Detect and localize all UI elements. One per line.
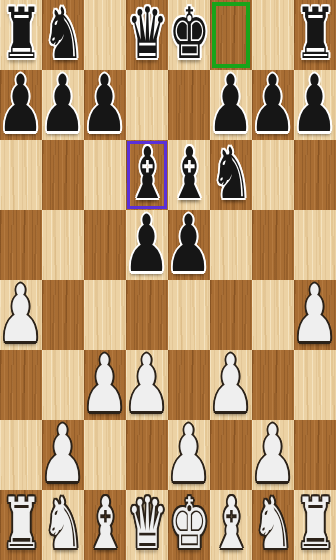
white-pawn[interactable]: ♟ xyxy=(165,415,212,494)
square-h2[interactable] xyxy=(294,420,336,490)
white-king[interactable]: ♚ xyxy=(168,488,209,559)
square-b1[interactable]: ♞ xyxy=(42,490,84,560)
chess-board: ♜♞♛♚♜♟♟♟♟♟♟♝♝♞♟♟♟♟♟♟♟♟♟♟♜♞♝♛♚♝♞♜ xyxy=(0,0,336,560)
square-a2[interactable] xyxy=(0,420,42,490)
square-c5[interactable] xyxy=(84,210,126,280)
square-c7[interactable]: ♟ xyxy=(84,70,126,140)
square-c2[interactable] xyxy=(84,420,126,490)
white-pawn[interactable]: ♟ xyxy=(0,275,45,354)
square-e1[interactable]: ♚ xyxy=(168,490,210,560)
square-g2[interactable]: ♟ xyxy=(252,420,294,490)
square-g7[interactable]: ♟ xyxy=(252,70,294,140)
square-b5[interactable] xyxy=(42,210,84,280)
square-b2[interactable]: ♟ xyxy=(42,420,84,490)
square-b7[interactable]: ♟ xyxy=(42,70,84,140)
square-f5[interactable] xyxy=(210,210,252,280)
square-f7[interactable]: ♟ xyxy=(210,70,252,140)
black-knight[interactable]: ♞ xyxy=(210,138,251,209)
square-c1[interactable]: ♝ xyxy=(84,490,126,560)
square-h3[interactable] xyxy=(294,350,336,420)
white-queen[interactable]: ♛ xyxy=(126,488,167,559)
square-h7[interactable]: ♟ xyxy=(294,70,336,140)
white-pawn[interactable]: ♟ xyxy=(291,275,336,354)
white-pawn[interactable]: ♟ xyxy=(123,345,170,424)
square-h4[interactable]: ♟ xyxy=(294,280,336,350)
black-pawn[interactable]: ♟ xyxy=(291,65,336,144)
square-g1[interactable]: ♞ xyxy=(252,490,294,560)
white-knight[interactable]: ♞ xyxy=(252,488,293,559)
white-rook[interactable]: ♜ xyxy=(294,488,335,559)
square-e5[interactable]: ♟ xyxy=(168,210,210,280)
square-a1[interactable]: ♜ xyxy=(0,490,42,560)
square-d7[interactable] xyxy=(126,70,168,140)
square-g5[interactable] xyxy=(252,210,294,280)
black-king[interactable]: ♚ xyxy=(168,0,209,69)
square-d8[interactable]: ♛ xyxy=(126,0,168,70)
square-f3[interactable]: ♟ xyxy=(210,350,252,420)
white-rook[interactable]: ♜ xyxy=(0,488,41,559)
white-pawn[interactable]: ♟ xyxy=(81,345,128,424)
black-pawn[interactable]: ♟ xyxy=(39,65,86,144)
white-knight[interactable]: ♞ xyxy=(42,488,83,559)
square-a7[interactable]: ♟ xyxy=(0,70,42,140)
square-f1[interactable]: ♝ xyxy=(210,490,252,560)
black-pawn[interactable]: ♟ xyxy=(81,65,128,144)
white-bishop[interactable]: ♝ xyxy=(84,488,125,559)
square-f2[interactable] xyxy=(210,420,252,490)
square-e2[interactable]: ♟ xyxy=(168,420,210,490)
black-pawn[interactable]: ♟ xyxy=(165,205,212,284)
square-d5[interactable]: ♟ xyxy=(126,210,168,280)
black-queen[interactable]: ♛ xyxy=(126,0,167,69)
square-h1[interactable]: ♜ xyxy=(294,490,336,560)
square-e8[interactable]: ♚ xyxy=(168,0,210,70)
square-e7[interactable] xyxy=(168,70,210,140)
square-g4[interactable] xyxy=(252,280,294,350)
square-f6[interactable]: ♞ xyxy=(210,140,252,210)
black-pawn[interactable]: ♟ xyxy=(0,65,45,144)
square-d2[interactable] xyxy=(126,420,168,490)
square-e4[interactable] xyxy=(168,280,210,350)
white-bishop[interactable]: ♝ xyxy=(210,488,251,559)
square-d3[interactable]: ♟ xyxy=(126,350,168,420)
square-c6[interactable] xyxy=(84,140,126,210)
white-pawn[interactable]: ♟ xyxy=(39,415,86,494)
square-a4[interactable]: ♟ xyxy=(0,280,42,350)
black-pawn[interactable]: ♟ xyxy=(207,65,254,144)
square-b6[interactable] xyxy=(42,140,84,210)
square-g6[interactable] xyxy=(252,140,294,210)
black-pawn[interactable]: ♟ xyxy=(123,205,170,284)
black-pawn[interactable]: ♟ xyxy=(249,65,296,144)
square-a3[interactable] xyxy=(0,350,42,420)
white-pawn[interactable]: ♟ xyxy=(249,415,296,494)
square-d1[interactable]: ♛ xyxy=(126,490,168,560)
square-a6[interactable] xyxy=(0,140,42,210)
square-h6[interactable] xyxy=(294,140,336,210)
square-b4[interactable] xyxy=(42,280,84,350)
white-pawn[interactable]: ♟ xyxy=(207,345,254,424)
square-c3[interactable]: ♟ xyxy=(84,350,126,420)
